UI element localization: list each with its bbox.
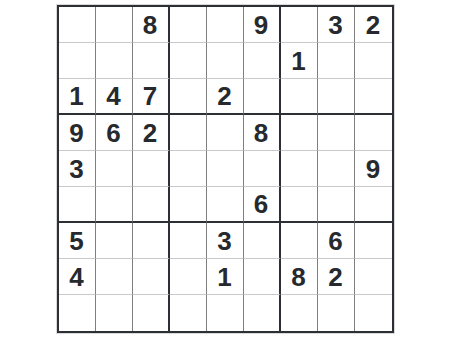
cell-r4c2[interactable]: 6 — [96, 115, 133, 151]
cell-r5c9[interactable]: 9 — [355, 151, 392, 187]
cell-r9c9[interactable] — [355, 295, 392, 331]
cell-r7c3[interactable] — [133, 223, 170, 259]
cell-r8c6[interactable] — [244, 259, 281, 295]
cell-r4c4[interactable] — [170, 115, 207, 151]
cell-r3c1[interactable]: 1 — [59, 79, 96, 115]
cell-r2c3[interactable] — [133, 43, 170, 79]
cell-r1c9[interactable]: 2 — [355, 7, 392, 43]
cell-r9c5[interactable] — [207, 295, 244, 331]
cell-r8c3[interactable] — [133, 259, 170, 295]
cell-r7c6[interactable] — [244, 223, 281, 259]
cell-r4c9[interactable] — [355, 115, 392, 151]
cell-r6c7[interactable] — [281, 187, 318, 223]
cell-r7c1[interactable]: 5 — [59, 223, 96, 259]
cell-r6c9[interactable] — [355, 187, 392, 223]
cell-r5c5[interactable] — [207, 151, 244, 187]
cell-r1c3[interactable]: 8 — [133, 7, 170, 43]
cell-r9c3[interactable] — [133, 295, 170, 331]
cell-r6c1[interactable] — [59, 187, 96, 223]
cell-r8c1[interactable]: 4 — [59, 259, 96, 295]
cell-r8c5[interactable]: 1 — [207, 259, 244, 295]
cell-r1c4[interactable] — [170, 7, 207, 43]
cell-r4c8[interactable] — [318, 115, 355, 151]
cell-r3c5[interactable]: 2 — [207, 79, 244, 115]
cell-r8c9[interactable] — [355, 259, 392, 295]
cell-r4c5[interactable] — [207, 115, 244, 151]
cell-r1c7[interactable] — [281, 7, 318, 43]
cell-r4c7[interactable] — [281, 115, 318, 151]
cell-r1c2[interactable] — [96, 7, 133, 43]
cell-r2c9[interactable] — [355, 43, 392, 79]
cell-r7c2[interactable] — [96, 223, 133, 259]
cell-r5c2[interactable] — [96, 151, 133, 187]
cell-r3c4[interactable] — [170, 79, 207, 115]
cell-r8c2[interactable] — [96, 259, 133, 295]
cell-r9c1[interactable] — [59, 295, 96, 331]
cell-r7c8[interactable]: 6 — [318, 223, 355, 259]
cell-r6c6[interactable]: 6 — [244, 187, 281, 223]
cell-r2c5[interactable] — [207, 43, 244, 79]
cell-r9c2[interactable] — [96, 295, 133, 331]
cell-r1c5[interactable] — [207, 7, 244, 43]
cell-r4c6[interactable]: 8 — [244, 115, 281, 151]
cell-r4c3[interactable]: 2 — [133, 115, 170, 151]
cell-r1c1[interactable] — [59, 7, 96, 43]
cell-r8c4[interactable] — [170, 259, 207, 295]
cell-r6c4[interactable] — [170, 187, 207, 223]
cell-r5c4[interactable] — [170, 151, 207, 187]
cell-r2c2[interactable] — [96, 43, 133, 79]
cell-r3c6[interactable] — [244, 79, 281, 115]
cell-r8c8[interactable]: 2 — [318, 259, 355, 295]
cell-r1c6[interactable]: 9 — [244, 7, 281, 43]
cell-r9c7[interactable] — [281, 295, 318, 331]
cell-r2c1[interactable] — [59, 43, 96, 79]
cell-r9c6[interactable] — [244, 295, 281, 331]
cell-r5c7[interactable] — [281, 151, 318, 187]
cell-r5c6[interactable] — [244, 151, 281, 187]
cell-r5c8[interactable] — [318, 151, 355, 187]
cell-r5c3[interactable] — [133, 151, 170, 187]
cell-r3c3[interactable]: 7 — [133, 79, 170, 115]
cell-r7c9[interactable] — [355, 223, 392, 259]
cell-r2c4[interactable] — [170, 43, 207, 79]
page-background: 89321147296283965364182 — [0, 0, 450, 338]
cell-r8c7[interactable]: 8 — [281, 259, 318, 295]
cell-r6c8[interactable] — [318, 187, 355, 223]
cell-r7c4[interactable] — [170, 223, 207, 259]
cell-r6c5[interactable] — [207, 187, 244, 223]
cell-r9c8[interactable] — [318, 295, 355, 331]
cell-r2c7[interactable]: 1 — [281, 43, 318, 79]
cell-r3c9[interactable] — [355, 79, 392, 115]
cell-r5c1[interactable]: 3 — [59, 151, 96, 187]
cell-r3c8[interactable] — [318, 79, 355, 115]
cell-r4c1[interactable]: 9 — [59, 115, 96, 151]
cell-r2c6[interactable] — [244, 43, 281, 79]
sudoku-board: 89321147296283965364182 — [57, 5, 394, 333]
cell-r7c5[interactable]: 3 — [207, 223, 244, 259]
cell-r3c7[interactable] — [281, 79, 318, 115]
cell-r3c2[interactable]: 4 — [96, 79, 133, 115]
cell-r7c7[interactable] — [281, 223, 318, 259]
cell-r9c4[interactable] — [170, 295, 207, 331]
cell-r6c2[interactable] — [96, 187, 133, 223]
cell-r2c8[interactable] — [318, 43, 355, 79]
cell-r1c8[interactable]: 3 — [318, 7, 355, 43]
cell-r6c3[interactable] — [133, 187, 170, 223]
